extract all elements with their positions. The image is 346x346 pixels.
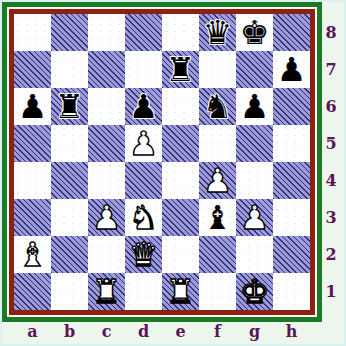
square-h2[interactable]: [273, 236, 310, 273]
black-pawn[interactable]: ♟: [240, 88, 270, 125]
file-label-b: b: [51, 318, 88, 344]
file-label-g: g: [236, 318, 273, 344]
square-f8[interactable]: ♛: [199, 14, 236, 51]
board-frame-gap: ♛♚♜♟♟♜♟♞♟♟♟♟♞♝♟♝♛♜♜♚: [7, 7, 317, 317]
rank-label-5: 5: [318, 125, 344, 162]
white-queen[interactable]: ♛: [129, 236, 159, 273]
white-king[interactable]: ♚: [240, 273, 270, 310]
board-outer-frame: ♛♚♜♟♟♜♟♞♟♟♟♟♞♝♟♝♛♜♜♚: [2, 2, 322, 322]
square-e1[interactable]: ♜: [162, 273, 199, 310]
square-c8[interactable]: [88, 14, 125, 51]
chess-board: ♛♚♜♟♟♜♟♞♟♟♟♟♞♝♟♝♛♜♜♚: [14, 14, 310, 310]
square-a7[interactable]: [14, 51, 51, 88]
square-a3[interactable]: [14, 199, 51, 236]
square-e4[interactable]: [162, 162, 199, 199]
square-e3[interactable]: [162, 199, 199, 236]
rank-labels: 87654321: [318, 14, 344, 310]
square-c3[interactable]: ♟: [88, 199, 125, 236]
square-e2[interactable]: [162, 236, 199, 273]
file-label-d: d: [125, 318, 162, 344]
chess-diagram-page: ♛♚♜♟♟♜♟♞♟♟♟♟♞♝♟♝♛♜♜♚ abcdefgh 87654321: [0, 0, 346, 346]
square-h5[interactable]: [273, 125, 310, 162]
square-f7[interactable]: [199, 51, 236, 88]
black-rook[interactable]: ♜: [55, 88, 85, 125]
square-g6[interactable]: ♟: [236, 88, 273, 125]
square-g5[interactable]: [236, 125, 273, 162]
file-label-h: h: [273, 318, 310, 344]
square-b4[interactable]: [51, 162, 88, 199]
rank-label-2: 2: [318, 236, 344, 273]
square-c6[interactable]: [88, 88, 125, 125]
black-bishop[interactable]: ♝: [203, 199, 233, 236]
square-b6[interactable]: ♜: [51, 88, 88, 125]
square-h7[interactable]: ♟: [273, 51, 310, 88]
rank-label-3: 3: [318, 199, 344, 236]
white-rook[interactable]: ♜: [166, 273, 196, 310]
square-a1[interactable]: [14, 273, 51, 310]
square-d3[interactable]: ♞: [125, 199, 162, 236]
square-a5[interactable]: [14, 125, 51, 162]
square-d6[interactable]: ♟: [125, 88, 162, 125]
square-h4[interactable]: [273, 162, 310, 199]
square-f1[interactable]: [199, 273, 236, 310]
rank-label-8: 8: [318, 14, 344, 51]
square-b2[interactable]: [51, 236, 88, 273]
square-d7[interactable]: [125, 51, 162, 88]
square-d8[interactable]: [125, 14, 162, 51]
board-inner-frame: ♛♚♜♟♟♜♟♞♟♟♟♟♞♝♟♝♛♜♜♚: [9, 9, 315, 315]
square-e8[interactable]: [162, 14, 199, 51]
file-label-c: c: [88, 318, 125, 344]
square-h1[interactable]: [273, 273, 310, 310]
rank-label-4: 4: [318, 162, 344, 199]
square-a4[interactable]: [14, 162, 51, 199]
square-f3[interactable]: ♝: [199, 199, 236, 236]
black-knight[interactable]: ♞: [203, 88, 233, 125]
black-pawn[interactable]: ♟: [18, 88, 48, 125]
square-f4[interactable]: ♟: [199, 162, 236, 199]
white-rook[interactable]: ♜: [92, 273, 122, 310]
black-pawn[interactable]: ♟: [129, 88, 159, 125]
square-g2[interactable]: [236, 236, 273, 273]
square-a2[interactable]: ♝: [14, 236, 51, 273]
square-b8[interactable]: [51, 14, 88, 51]
square-e7[interactable]: ♜: [162, 51, 199, 88]
square-d5[interactable]: ♟: [125, 125, 162, 162]
square-g4[interactable]: [236, 162, 273, 199]
black-queen[interactable]: ♛: [203, 14, 233, 51]
square-c4[interactable]: [88, 162, 125, 199]
square-b3[interactable]: [51, 199, 88, 236]
square-h8[interactable]: [273, 14, 310, 51]
rank-label-1: 1: [318, 273, 344, 310]
white-pawn[interactable]: ♟: [129, 125, 159, 162]
white-pawn[interactable]: ♟: [92, 199, 122, 236]
square-f2[interactable]: [199, 236, 236, 273]
white-pawn[interactable]: ♟: [240, 199, 270, 236]
square-c5[interactable]: [88, 125, 125, 162]
square-a6[interactable]: ♟: [14, 88, 51, 125]
square-f5[interactable]: [199, 125, 236, 162]
square-d2[interactable]: ♛: [125, 236, 162, 273]
square-d1[interactable]: [125, 273, 162, 310]
square-b7[interactable]: [51, 51, 88, 88]
square-c1[interactable]: ♜: [88, 273, 125, 310]
file-label-f: f: [199, 318, 236, 344]
square-b1[interactable]: [51, 273, 88, 310]
white-knight[interactable]: ♞: [129, 199, 159, 236]
square-e6[interactable]: [162, 88, 199, 125]
file-label-a: a: [14, 318, 51, 344]
square-c7[interactable]: [88, 51, 125, 88]
square-g1[interactable]: ♚: [236, 273, 273, 310]
black-rook[interactable]: ♜: [166, 51, 196, 88]
square-c2[interactable]: [88, 236, 125, 273]
rank-label-6: 6: [318, 88, 344, 125]
black-pawn[interactable]: ♟: [277, 51, 307, 88]
square-e5[interactable]: [162, 125, 199, 162]
rank-label-7: 7: [318, 51, 344, 88]
square-g7[interactable]: [236, 51, 273, 88]
square-h3[interactable]: [273, 199, 310, 236]
black-king[interactable]: ♚: [240, 14, 270, 51]
square-f6[interactable]: ♞: [199, 88, 236, 125]
white-bishop[interactable]: ♝: [18, 236, 48, 273]
square-a8[interactable]: [14, 14, 51, 51]
square-h6[interactable]: [273, 88, 310, 125]
square-b5[interactable]: [51, 125, 88, 162]
white-pawn[interactable]: ♟: [203, 162, 233, 199]
square-d4[interactable]: [125, 162, 162, 199]
file-label-e: e: [162, 318, 199, 344]
square-g3[interactable]: ♟: [236, 199, 273, 236]
file-labels: abcdefgh: [14, 318, 310, 344]
square-g8[interactable]: ♚: [236, 14, 273, 51]
